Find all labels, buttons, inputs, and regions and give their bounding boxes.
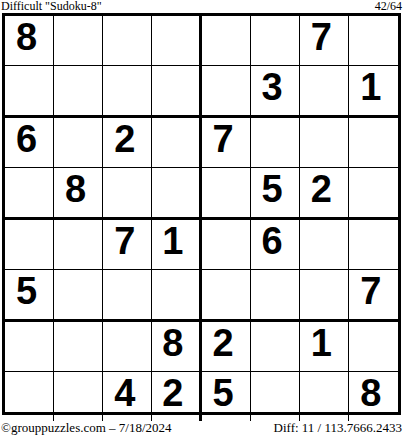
- cell-r5c1[interactable]: [5, 220, 54, 270]
- cell-r7c4[interactable]: 8: [152, 322, 201, 372]
- cell-r2c2[interactable]: [54, 66, 103, 118]
- cell-r5c4[interactable]: 1: [152, 220, 201, 270]
- cell-r6c6[interactable]: [251, 270, 300, 322]
- cell-r1c5[interactable]: [202, 16, 251, 66]
- cell-r5c6[interactable]: 6: [251, 220, 300, 270]
- cell-r7c3[interactable]: [103, 322, 152, 372]
- cell-r1c2[interactable]: [54, 16, 103, 66]
- cell-r3c7[interactable]: [300, 118, 349, 168]
- cell-r2c5[interactable]: [202, 66, 251, 118]
- cell-r4c7[interactable]: 2: [300, 168, 349, 220]
- cell-r6c4[interactable]: [152, 270, 201, 322]
- cell-r4c1[interactable]: [5, 168, 54, 220]
- cell-r2c6[interactable]: 3: [251, 66, 300, 118]
- cell-r6c3[interactable]: [103, 270, 152, 322]
- cell-r7c1[interactable]: [5, 322, 54, 372]
- cell-r2c1[interactable]: [5, 66, 54, 118]
- cell-r1c6[interactable]: [251, 16, 300, 66]
- cell-r5c7[interactable]: [300, 220, 349, 270]
- cell-r6c7[interactable]: [300, 270, 349, 322]
- cell-r1c3[interactable]: [103, 16, 152, 66]
- cell-r1c1[interactable]: 8: [5, 16, 54, 66]
- cell-r8c3[interactable]: 4: [103, 372, 152, 421]
- cell-r8c7[interactable]: [300, 372, 349, 421]
- cell-r7c8[interactable]: [349, 322, 398, 372]
- cell-r2c4[interactable]: [152, 66, 201, 118]
- puzzle-title: Difficult "Sudoku-8": [1, 0, 102, 12]
- cell-r2c8[interactable]: 1: [349, 66, 398, 118]
- cell-r6c2[interactable]: [54, 270, 103, 322]
- cell-r3c4[interactable]: [152, 118, 201, 168]
- cell-r8c5[interactable]: 5: [202, 372, 251, 421]
- sudoku-board: 8731627852716578214258: [2, 13, 401, 415]
- cell-r2c7[interactable]: [300, 66, 349, 118]
- cell-r8c8[interactable]: 8: [349, 372, 398, 421]
- page-header: Difficult "Sudoku-8" 42/64: [0, 0, 403, 13]
- cell-r4c5[interactable]: [202, 168, 251, 220]
- cell-r6c1[interactable]: 5: [5, 270, 54, 322]
- cell-r1c8[interactable]: [349, 16, 398, 66]
- cell-r8c2[interactable]: [54, 372, 103, 421]
- cell-r5c2[interactable]: [54, 220, 103, 270]
- cell-r6c5[interactable]: [202, 270, 251, 322]
- cell-r5c8[interactable]: [349, 220, 398, 270]
- cell-r4c8[interactable]: [349, 168, 398, 220]
- cell-r3c5[interactable]: 7: [202, 118, 251, 168]
- cell-r1c7[interactable]: 7: [300, 16, 349, 66]
- cell-r3c8[interactable]: [349, 118, 398, 168]
- cell-r4c4[interactable]: [152, 168, 201, 220]
- cell-r1c4[interactable]: [152, 16, 201, 66]
- cell-r7c6[interactable]: [251, 322, 300, 372]
- cell-r6c8[interactable]: 7: [349, 270, 398, 322]
- cell-r5c5[interactable]: [202, 220, 251, 270]
- cell-r8c4[interactable]: 2: [152, 372, 201, 421]
- difficulty-text: Diff: 11 / 113.7666.2433: [274, 420, 402, 435]
- cell-r5c3[interactable]: 7: [103, 220, 152, 270]
- cell-r4c3[interactable]: [103, 168, 152, 220]
- cell-r8c6[interactable]: [251, 372, 300, 421]
- cell-r4c6[interactable]: 5: [251, 168, 300, 220]
- cell-r3c1[interactable]: 6: [5, 118, 54, 168]
- cell-r3c2[interactable]: [54, 118, 103, 168]
- cell-r7c5[interactable]: 2: [202, 322, 251, 372]
- cell-r8c1[interactable]: [5, 372, 54, 421]
- cell-r2c3[interactable]: [103, 66, 152, 118]
- cell-r4c2[interactable]: 8: [54, 168, 103, 220]
- puzzle-counter: 42/64: [375, 0, 402, 12]
- cell-r3c6[interactable]: [251, 118, 300, 168]
- cell-r7c7[interactable]: 1: [300, 322, 349, 372]
- cell-r7c2[interactable]: [54, 322, 103, 372]
- copyright-text: ©grouppuzzles.com – 7/18/2024: [1, 420, 172, 435]
- cell-r3c3[interactable]: 2: [103, 118, 152, 168]
